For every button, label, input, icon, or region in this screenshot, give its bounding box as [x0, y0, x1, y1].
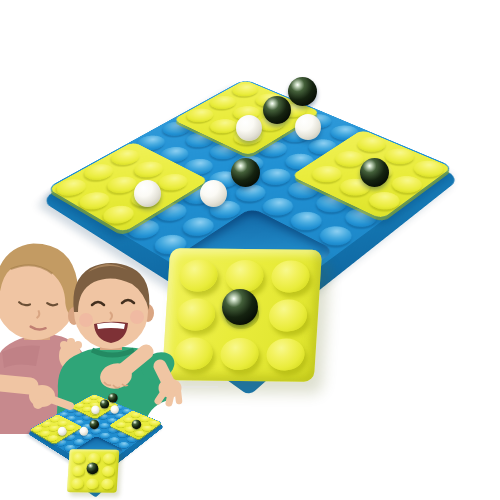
mini-board-replica [14, 368, 178, 500]
pop-bump-yellow[interactable] [102, 453, 115, 464]
pop-bump-yellow[interactable] [72, 453, 85, 464]
product-photo [0, 0, 500, 500]
mini-product-photo [0, 0, 500, 500]
pop-bump-yellow[interactable] [101, 479, 114, 490]
front-demo-panel[interactable] [67, 449, 119, 493]
pop-bump-yellow[interactable] [71, 478, 84, 489]
marble-socket [87, 466, 98, 475]
front-panel-grid [69, 451, 117, 490]
pop-bump-yellow[interactable] [102, 466, 115, 477]
pop-bump-yellow[interactable] [86, 479, 99, 490]
pop-bump-yellow[interactable] [72, 466, 85, 477]
pop-bump-yellow[interactable] [87, 453, 100, 464]
